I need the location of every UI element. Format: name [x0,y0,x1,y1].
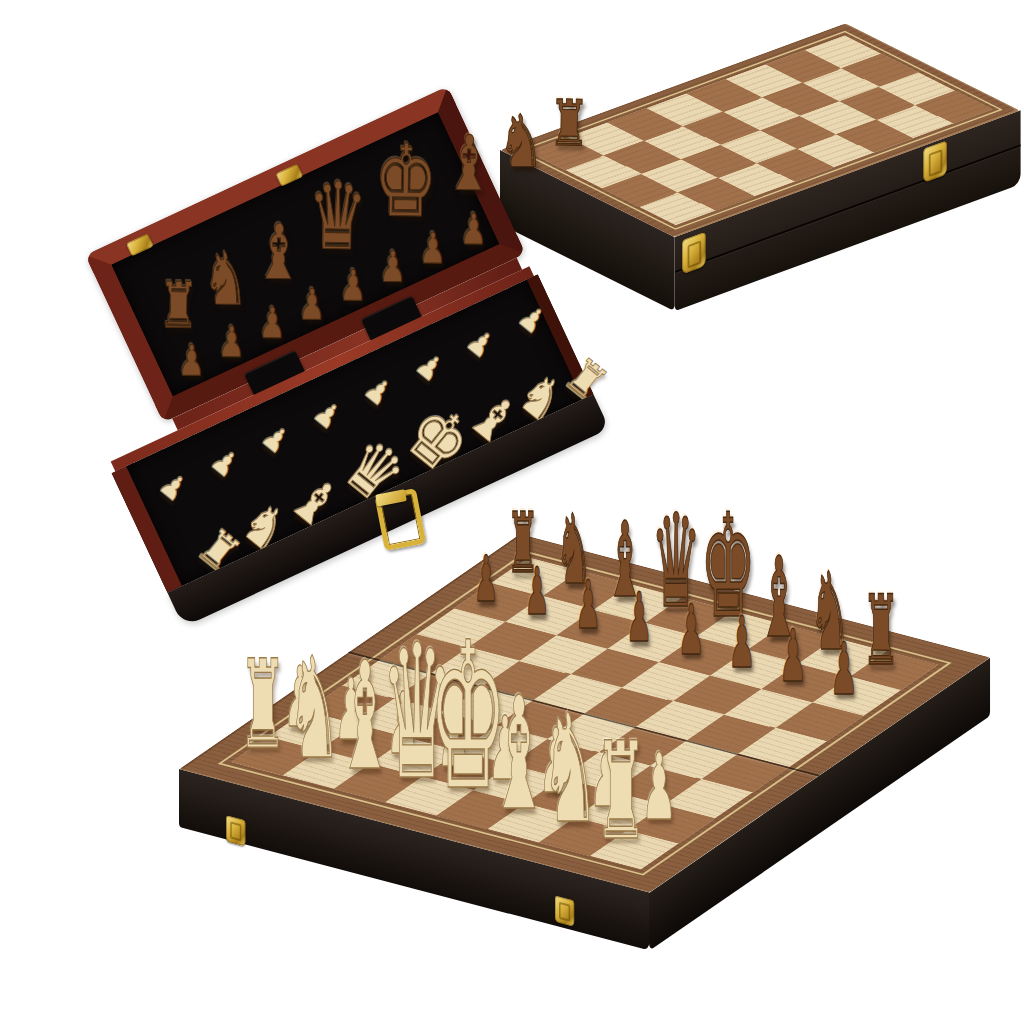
chess-piece-dark-queen: ♛ [307,170,368,264]
chess-piece-light-rook: ♜ [595,724,648,859]
chess-piece-dark-pawn: ♟ [258,302,286,345]
chess-piece-dark-king: ♚ [373,132,439,233]
chess-piece-dark-pawn: ♟ [379,246,407,289]
chess-piece-light-knight: ♞ [541,695,600,846]
chess-piece-dark-pawn: ♟ [298,283,326,326]
chess-piece-dark-pawn: ♟ [626,583,653,651]
chess-piece-dark-knight: ♞ [497,105,545,178]
chess-piece-light-knight: ♞ [287,637,342,778]
chess-piece-dark-pawn: ♟ [677,595,704,665]
chess-piece-dark-pawn: ♟ [338,264,366,307]
chess-piece-dark-pawn: ♟ [728,607,756,678]
chess-piece-dark-pawn: ♟ [218,321,246,364]
chess-piece-dark-rook: ♜ [549,92,591,156]
chess-piece-dark-bishop: ♝ [253,215,303,292]
chess-piece-dark-pawn: ♟ [830,633,858,705]
chess-piece-dark-pawn: ♟ [524,559,550,624]
chess-piece-dark-pawn: ♟ [575,571,601,638]
chess-piece-light-rook: ♜ [239,642,287,764]
chess-piece-dark-rook: ♜ [158,274,200,338]
chess-piece-dark-pawn: ♟ [779,619,807,691]
chess-piece-dark-rook: ♜ [862,583,900,680]
chess-piece-dark-pawn: ♟ [459,208,487,251]
chess-set-product-photo: ♜♞♝♛♚♝♞♜ ♟♟♟♟♟♟♟♟ ♟♟♟♟♟♟♟♟ ♜♞♝♛♚♝♞♜ [0,0,1024,1024]
chess-piece-dark-pawn: ♟ [419,227,447,270]
chess-piece-dark-knight: ♞ [202,243,250,316]
chess-piece-dark-bishop: ♝ [444,126,494,203]
chess-piece-dark-pawn: ♟ [177,339,205,382]
